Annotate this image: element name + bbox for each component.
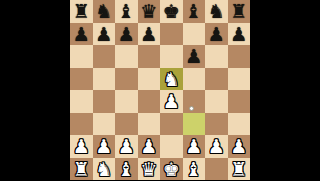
square-h1[interactable]: ♜ <box>228 158 251 181</box>
square-d3[interactable] <box>138 113 161 136</box>
square-f1[interactable]: ♝ <box>183 158 206 181</box>
square-e5[interactable]: ♞ <box>160 68 183 91</box>
square-f8[interactable]: ♝ <box>183 0 206 23</box>
square-b6[interactable] <box>93 45 116 68</box>
white-pawn-piece: ♟ <box>163 90 180 113</box>
square-d4[interactable] <box>138 90 161 113</box>
square-b2[interactable]: ♟ <box>93 135 116 158</box>
black-knight-piece: ♞ <box>95 0 112 22</box>
square-h6[interactable] <box>228 45 251 68</box>
square-h3[interactable] <box>228 113 251 136</box>
square-b8[interactable]: ♞ <box>93 0 116 23</box>
white-pawn-piece: ♟ <box>118 135 135 158</box>
square-e8[interactable]: ♚ <box>160 0 183 23</box>
square-h2[interactable]: ♟ <box>228 135 251 158</box>
black-queen-piece: ♛ <box>140 0 157 22</box>
black-pawn-piece: ♟ <box>208 22 225 45</box>
square-f2[interactable]: ♟ <box>183 135 206 158</box>
square-a6[interactable] <box>70 45 93 68</box>
square-a7[interactable]: ♟ <box>70 23 93 46</box>
square-e6[interactable] <box>160 45 183 68</box>
square-a4[interactable] <box>70 90 93 113</box>
square-a2[interactable]: ♟ <box>70 135 93 158</box>
black-pawn-piece: ♟ <box>140 22 157 45</box>
square-d7[interactable]: ♟ <box>138 23 161 46</box>
square-c3[interactable] <box>115 113 138 136</box>
square-e3[interactable] <box>160 113 183 136</box>
square-g4[interactable] <box>205 90 228 113</box>
square-b1[interactable]: ♞ <box>93 158 116 181</box>
white-knight-piece: ♞ <box>95 157 112 180</box>
square-c5[interactable] <box>115 68 138 91</box>
square-f5[interactable] <box>183 68 206 91</box>
white-pawn-piece: ♟ <box>185 135 202 158</box>
white-pawn-piece: ♟ <box>73 135 90 158</box>
square-e7[interactable] <box>160 23 183 46</box>
square-a8[interactable]: ♜ <box>70 0 93 23</box>
square-d1[interactable]: ♛ <box>138 158 161 181</box>
black-pawn-piece: ♟ <box>185 45 202 68</box>
white-bishop-piece: ♝ <box>118 157 135 180</box>
square-a5[interactable] <box>70 68 93 91</box>
white-pawn-piece: ♟ <box>230 135 247 158</box>
white-rook-piece: ♜ <box>230 157 247 180</box>
white-knight-piece: ♞ <box>163 67 180 90</box>
black-knight-piece: ♞ <box>208 0 225 22</box>
square-c8[interactable]: ♝ <box>115 0 138 23</box>
square-b4[interactable] <box>93 90 116 113</box>
square-g1[interactable] <box>205 158 228 181</box>
chess-board[interactable]: ♜♞♝♛♚♝♞♜♟♟♟♟♟♟♟♞♟♟♟♟♟♟♟♟♜♞♝♛♚♝♜ <box>70 0 250 180</box>
white-king-piece: ♚ <box>163 157 180 180</box>
black-king-piece: ♚ <box>163 0 180 22</box>
square-h5[interactable] <box>228 68 251 91</box>
square-e2[interactable] <box>160 135 183 158</box>
square-c2[interactable]: ♟ <box>115 135 138 158</box>
square-d6[interactable] <box>138 45 161 68</box>
square-c6[interactable] <box>115 45 138 68</box>
square-c4[interactable] <box>115 90 138 113</box>
app-window: ♜♞♝♛♚♝♞♜♟♟♟♟♟♟♟♞♟♟♟♟♟♟♟♟♜♞♝♛♚♝♜ <box>0 0 320 180</box>
square-g6[interactable] <box>205 45 228 68</box>
square-a1[interactable]: ♜ <box>70 158 93 181</box>
square-f4[interactable] <box>183 90 206 113</box>
white-pawn-piece: ♟ <box>95 135 112 158</box>
square-g2[interactable]: ♟ <box>205 135 228 158</box>
square-d5[interactable] <box>138 68 161 91</box>
white-rook-piece: ♜ <box>73 157 90 180</box>
square-c1[interactable]: ♝ <box>115 158 138 181</box>
square-f6[interactable]: ♟ <box>183 45 206 68</box>
square-e4[interactable]: ♟ <box>160 90 183 113</box>
square-c7[interactable]: ♟ <box>115 23 138 46</box>
square-b5[interactable] <box>93 68 116 91</box>
white-pawn-piece: ♟ <box>140 135 157 158</box>
black-bishop-piece: ♝ <box>185 0 202 22</box>
square-h7[interactable]: ♟ <box>228 23 251 46</box>
white-bishop-piece: ♝ <box>185 157 202 180</box>
square-a3[interactable] <box>70 113 93 136</box>
square-b7[interactable]: ♟ <box>93 23 116 46</box>
square-h4[interactable] <box>228 90 251 113</box>
square-h8[interactable]: ♜ <box>228 0 251 23</box>
square-e1[interactable]: ♚ <box>160 158 183 181</box>
black-pawn-piece: ♟ <box>230 22 247 45</box>
square-g7[interactable]: ♟ <box>205 23 228 46</box>
black-pawn-piece: ♟ <box>73 22 90 45</box>
square-d8[interactable]: ♛ <box>138 0 161 23</box>
square-d2[interactable]: ♟ <box>138 135 161 158</box>
square-b3[interactable] <box>93 113 116 136</box>
square-g5[interactable] <box>205 68 228 91</box>
white-queen-piece: ♛ <box>140 157 157 180</box>
square-f7[interactable] <box>183 23 206 46</box>
white-pawn-piece: ♟ <box>208 135 225 158</box>
black-pawn-piece: ♟ <box>95 22 112 45</box>
black-rook-piece: ♜ <box>73 0 90 22</box>
black-pawn-piece: ♟ <box>118 22 135 45</box>
square-g8[interactable]: ♞ <box>205 0 228 23</box>
square-f3[interactable] <box>183 113 206 136</box>
black-bishop-piece: ♝ <box>118 0 135 22</box>
black-rook-piece: ♜ <box>230 0 247 22</box>
square-g3[interactable] <box>205 113 228 136</box>
